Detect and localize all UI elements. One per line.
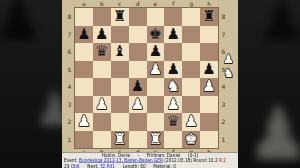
- white-pawn[interactable]: ♟: [129, 96, 147, 114]
- square-e8[interactable]: [147, 8, 165, 26]
- square-f3[interactable]: ♟: [164, 96, 182, 114]
- square-a2[interactable]: ♟: [75, 113, 93, 131]
- square-h3[interactable]: [200, 96, 218, 114]
- square-c3[interactable]: [111, 96, 129, 114]
- white-pawn[interactable]: ♟: [75, 113, 93, 131]
- square-e3[interactable]: [147, 96, 165, 114]
- black-pawn[interactable]: ♟: [147, 43, 165, 61]
- square-h7[interactable]: [200, 26, 218, 44]
- square-h2[interactable]: [200, 113, 218, 131]
- file-label-c: c: [111, 0, 129, 7]
- white-pawn[interactable]: ♟: [164, 96, 182, 114]
- black-pawn[interactable]: ♟: [164, 26, 182, 44]
- material-label: Material:: [153, 163, 172, 168]
- square-b3[interactable]: ♟: [93, 96, 111, 114]
- square-c4[interactable]: [111, 78, 129, 96]
- square-f6[interactable]: [164, 43, 182, 61]
- square-d4[interactable]: ♟: [129, 78, 147, 96]
- last-move[interactable]: Qb6: [71, 163, 80, 168]
- square-c5[interactable]: [111, 61, 129, 79]
- square-g4[interactable]: [182, 78, 200, 96]
- file-label-g: g: [182, 0, 200, 7]
- square-d1[interactable]: [129, 131, 147, 149]
- square-f7[interactable]: ♟: [164, 26, 182, 44]
- tray-white-pawn-icon: ♟: [221, 52, 236, 66]
- black-king[interactable]: ♚: [147, 26, 165, 44]
- rank-label-1: 1: [219, 131, 228, 149]
- black-queen[interactable]: ♛: [93, 43, 111, 61]
- square-d7[interactable]: [129, 26, 147, 44]
- square-d2[interactable]: [129, 113, 147, 131]
- black-pawn[interactable]: ♟: [75, 26, 93, 44]
- square-e2[interactable]: [147, 113, 165, 131]
- square-g3[interactable]: [182, 96, 200, 114]
- square-c7[interactable]: [111, 26, 129, 44]
- square-g6[interactable]: [182, 43, 200, 61]
- square-b4[interactable]: [93, 78, 111, 96]
- square-d3[interactable]: ♟: [129, 96, 147, 114]
- square-d6[interactable]: [129, 43, 147, 61]
- file-label-b: b: [93, 0, 111, 7]
- material-value: 0: [173, 163, 176, 168]
- event-details: (2012.03.18) Round 10.2: [164, 158, 217, 163]
- square-h5[interactable]: ♟: [200, 61, 218, 79]
- square-d5[interactable]: [129, 61, 147, 79]
- white-king[interactable]: ♚: [182, 131, 200, 149]
- white-pawn[interactable]: ♟: [93, 96, 111, 114]
- square-g8[interactable]: [182, 8, 200, 26]
- square-f4[interactable]: ♞: [164, 78, 182, 96]
- rank-label-2: 2: [219, 113, 228, 131]
- rank-label-6: 6: [65, 43, 74, 61]
- move-number: 29: [64, 163, 69, 168]
- move-info-line: 29 Qb6 Next: 32.Rd1 Length: 60 Material:…: [62, 163, 238, 168]
- square-b1[interactable]: [93, 131, 111, 149]
- length-value: 60: [140, 163, 145, 168]
- rank-label-3: 3: [65, 96, 74, 114]
- square-a5[interactable]: [75, 61, 93, 79]
- square-a3[interactable]: [75, 96, 93, 114]
- square-f8[interactable]: [164, 8, 182, 26]
- file-label-a: a: [75, 0, 93, 7]
- black-pawn[interactable]: ♟: [200, 61, 218, 79]
- square-f1[interactable]: [164, 131, 182, 149]
- square-g5[interactable]: [182, 61, 200, 79]
- file-labels-top: abcdefgh: [75, 0, 218, 7]
- square-d8[interactable]: [129, 8, 147, 26]
- white-pawn[interactable]: ♟: [182, 113, 200, 131]
- rank-labels-left: 87654321: [65, 8, 74, 148]
- square-h4[interactable]: ♟: [200, 78, 218, 96]
- square-a1[interactable]: [75, 131, 93, 149]
- file-label-f: f: [164, 0, 182, 7]
- square-h6[interactable]: [200, 43, 218, 61]
- square-f5[interactable]: ♟: [164, 61, 182, 79]
- square-b8[interactable]: [93, 8, 111, 26]
- square-c6[interactable]: ♝: [111, 43, 129, 61]
- black-rook[interactable]: ♜: [200, 8, 218, 26]
- file-label-h: h: [200, 0, 218, 7]
- white-pawn[interactable]: ♟: [200, 78, 218, 96]
- black-pawn[interactable]: ♟: [129, 78, 147, 96]
- file-label-e: e: [147, 0, 165, 7]
- square-c8[interactable]: ♜: [111, 8, 129, 26]
- next-move[interactable]: 32.Rd1: [100, 163, 115, 168]
- square-g1[interactable]: ♚: [182, 131, 200, 149]
- file-label-d: d: [129, 0, 147, 7]
- tray-white-knight-icon: ♞: [221, 66, 236, 80]
- square-a4[interactable]: [75, 78, 93, 96]
- white-knight[interactable]: ♞: [164, 78, 182, 96]
- captured-pieces-tray: ♟♞: [221, 52, 237, 80]
- bg-black-piece-right-icon: ♟: [258, 0, 300, 53]
- square-b7[interactable]: ♟: [93, 26, 111, 44]
- square-b6[interactable]: ♛: [93, 43, 111, 61]
- rank-label-7: 7: [65, 26, 74, 44]
- white-rook[interactable]: ♜: [147, 131, 165, 149]
- square-g7[interactable]: [182, 26, 200, 44]
- square-a8[interactable]: [75, 8, 93, 26]
- square-g2[interactable]: ♟: [182, 113, 200, 131]
- square-e7[interactable]: ♚: [147, 26, 165, 44]
- rank-label-5: 5: [65, 61, 74, 79]
- black-pawn[interactable]: ♟: [93, 26, 111, 44]
- bg-white-pawn-right-icon: ♟: [246, 92, 300, 168]
- square-b5[interactable]: [93, 61, 111, 79]
- square-e4[interactable]: [147, 78, 165, 96]
- next-label: Next:: [87, 163, 98, 168]
- square-h1[interactable]: [200, 131, 218, 149]
- rank-label-8: 8: [65, 8, 74, 26]
- bg-black-pawn-icon: ♟: [0, 0, 44, 54]
- square-f2[interactable]: ♛: [164, 113, 182, 131]
- rank-label-4: 4: [65, 78, 74, 96]
- square-c1[interactable]: ♜: [111, 131, 129, 149]
- square-b2[interactable]: [93, 113, 111, 131]
- rank-label-3: 3: [219, 96, 228, 114]
- square-c2[interactable]: [111, 113, 129, 131]
- black-pawn[interactable]: ♟: [164, 61, 182, 79]
- square-e1[interactable]: ♜: [147, 131, 165, 149]
- white-rook[interactable]: ♜: [111, 131, 129, 149]
- rank-label-8: 8: [219, 8, 228, 26]
- length-label: Length:: [123, 163, 139, 168]
- chess-program-window: abcdefgh ♜♜♟♟♚♟♛♝♟♟♟♟♟♞♟♟♟♟♟♛♟♜♜♚ 876543…: [62, 0, 238, 168]
- square-a7[interactable]: ♟: [75, 26, 93, 44]
- round-ref: R:2: [219, 158, 226, 163]
- video-frame: ♟ ♟ ♟ ♟ abcdefgh ♜♜♟♟♚♟♛♝♟♟♟♟♟♞♟♟♟♟♟♛♟♜♜…: [0, 0, 300, 168]
- black-bishop[interactable]: ♝: [111, 43, 129, 61]
- square-h8[interactable]: ♜: [200, 8, 218, 26]
- rank-label-4: 4: [219, 78, 228, 96]
- square-a6[interactable]: [75, 43, 93, 61]
- white-pawn[interactable]: ♟: [147, 61, 165, 79]
- rank-label-1: 1: [65, 131, 74, 149]
- black-rook[interactable]: ♜: [111, 8, 129, 26]
- rank-label-2: 2: [65, 113, 74, 131]
- square-e6[interactable]: ♟: [147, 43, 165, 61]
- rank-label-7: 7: [219, 26, 228, 44]
- chess-board: ♜♜♟♟♚♟♛♝♟♟♟♟♟♞♟♟♟♟♟♛♟♜♜♚: [75, 8, 218, 148]
- square-e5[interactable]: ♟: [147, 61, 165, 79]
- game-info-panel: Hublin, Denis - Fridman, Daniel (0-1) Ev…: [62, 152, 238, 168]
- black-queen[interactable]: ♛: [164, 113, 182, 131]
